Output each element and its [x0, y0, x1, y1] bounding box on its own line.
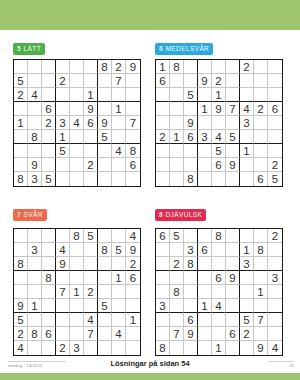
cell-r5c2[interactable]: [28, 285, 42, 299]
cell-r7c3[interactable]: [42, 313, 56, 327]
cell-r2c2[interactable]: [28, 74, 42, 88]
cell-r4c3[interactable]: [184, 102, 198, 116]
cell-r6c4[interactable]: 1: [56, 130, 70, 144]
cell-r3c3[interactable]: [42, 88, 56, 102]
cell-r9c3[interactable]: 8: [184, 172, 198, 186]
cell-r7c1[interactable]: [156, 313, 170, 327]
cell-r5c7[interactable]: 9: [98, 116, 112, 130]
cell-r7c3[interactable]: [184, 144, 198, 158]
cell-r4c5[interactable]: 6: [212, 271, 226, 285]
cell-r9c7[interactable]: [98, 341, 112, 355]
sudoku-grid-djavulsk[interactable]: 658236182836938131465779628194: [155, 228, 283, 356]
cell-r1c7[interactable]: 8: [98, 60, 112, 74]
cell-r5c6[interactable]: 6: [84, 116, 98, 130]
cell-r8c4[interactable]: [56, 158, 70, 172]
cell-r6c2[interactable]: 8: [28, 130, 42, 144]
cell-r6c3[interactable]: [42, 130, 56, 144]
cell-r8c3[interactable]: [184, 158, 198, 172]
cell-r6c9[interactable]: [126, 130, 140, 144]
cell-r6c2[interactable]: 1: [28, 299, 42, 313]
cell-r8c5[interactable]: [212, 327, 226, 341]
cell-r1c8[interactable]: [112, 229, 126, 243]
cell-r8c9[interactable]: [268, 327, 282, 341]
cell-r3c2[interactable]: [170, 88, 184, 102]
cell-r9c4[interactable]: [198, 341, 212, 355]
cell-r5c1[interactable]: [14, 285, 28, 299]
cell-r7c5[interactable]: [70, 313, 84, 327]
cell-r4c3[interactable]: [184, 271, 198, 285]
cell-r5c9[interactable]: [268, 116, 282, 130]
cell-r7c6[interactable]: [84, 144, 98, 158]
cell-r7c7[interactable]: [98, 144, 112, 158]
cell-r8c6[interactable]: 7: [84, 327, 98, 341]
cell-r2c8[interactable]: 5: [112, 243, 126, 257]
cell-r9c3[interactable]: [184, 341, 198, 355]
cell-r9c8[interactable]: [112, 341, 126, 355]
cell-r1c4[interactable]: [56, 60, 70, 74]
cell-r9c1[interactable]: 4: [14, 341, 28, 355]
cell-r4c9[interactable]: 6: [268, 102, 282, 116]
cell-r1c4[interactable]: [198, 229, 212, 243]
cell-r6c5[interactable]: 4: [212, 299, 226, 313]
cell-r5c5[interactable]: 1: [70, 285, 84, 299]
cell-r2c8[interactable]: 8: [254, 243, 268, 257]
cell-r4c9[interactable]: 6: [126, 271, 140, 285]
cell-r3c6[interactable]: [226, 257, 240, 271]
cell-r2c4[interactable]: 2: [56, 74, 70, 88]
cell-r7c2[interactable]: [170, 144, 184, 158]
cell-r7c9[interactable]: 8: [126, 144, 140, 158]
cell-r7c8[interactable]: 4: [112, 144, 126, 158]
cell-r4c7[interactable]: [98, 102, 112, 116]
cell-r8c1[interactable]: 2: [14, 327, 28, 341]
cell-r2c4[interactable]: 4: [56, 243, 70, 257]
cell-r7c9[interactable]: [268, 144, 282, 158]
cell-r7c2[interactable]: [170, 313, 184, 327]
cell-r1c9[interactable]: 2: [268, 229, 282, 243]
cell-r6c7[interactable]: 5: [98, 299, 112, 313]
cell-r2c9[interactable]: 9: [126, 243, 140, 257]
cell-r5c9[interactable]: [126, 285, 140, 299]
cell-r3c6[interactable]: [84, 257, 98, 271]
cell-r8c7[interactable]: 2: [240, 327, 254, 341]
sudoku-grid-latt[interactable]: 8295272416911234697815548926835: [13, 59, 141, 187]
cell-r4c7[interactable]: 4: [240, 102, 254, 116]
cell-r7c5[interactable]: 5: [212, 144, 226, 158]
cell-r3c1[interactable]: [156, 88, 170, 102]
cell-r5c9[interactable]: 7: [126, 116, 140, 130]
cell-r7c3[interactable]: [42, 144, 56, 158]
cell-r1c1[interactable]: [14, 60, 28, 74]
cell-r9c9[interactable]: 5: [268, 172, 282, 186]
cell-r5c4[interactable]: 7: [56, 285, 70, 299]
cell-r1c2[interactable]: 8: [170, 60, 184, 74]
cell-r9c6[interactable]: [226, 341, 240, 355]
cell-r4c3[interactable]: 8: [42, 271, 56, 285]
cell-r2c8[interactable]: [254, 74, 268, 88]
cell-r8c1[interactable]: [156, 327, 170, 341]
cell-r1c1[interactable]: 6: [156, 229, 170, 243]
cell-r3c8[interactable]: [112, 88, 126, 102]
cell-r3c4[interactable]: 9: [56, 257, 70, 271]
cell-r2c9[interactable]: [268, 74, 282, 88]
cell-r5c1[interactable]: [156, 116, 170, 130]
cell-r1c5[interactable]: [212, 60, 226, 74]
cell-r4c2[interactable]: [170, 271, 184, 285]
cell-r6c6[interactable]: 5: [226, 130, 240, 144]
cell-r9c6[interactable]: [84, 172, 98, 186]
cell-r2c3[interactable]: [42, 243, 56, 257]
cell-r6c6[interactable]: [84, 130, 98, 144]
cell-r2c7[interactable]: [98, 74, 112, 88]
cell-r6c3[interactable]: [184, 299, 198, 313]
cell-r2c1[interactable]: [14, 243, 28, 257]
cell-r3c6[interactable]: 1: [84, 88, 98, 102]
cell-r5c4[interactable]: [198, 116, 212, 130]
cell-r8c6[interactable]: 9: [226, 158, 240, 172]
cell-r7c4[interactable]: [198, 144, 212, 158]
cell-r5c7[interactable]: [240, 285, 254, 299]
cell-r3c2[interactable]: 2: [170, 257, 184, 271]
cell-r9c4[interactable]: [56, 172, 70, 186]
cell-r9c8[interactable]: 6: [254, 172, 268, 186]
cell-r7c6[interactable]: [226, 313, 240, 327]
cell-r9c5[interactable]: 3: [70, 341, 84, 355]
cell-r2c3[interactable]: [42, 74, 56, 88]
cell-r1c6[interactable]: [226, 229, 240, 243]
cell-r4c5[interactable]: 9: [212, 102, 226, 116]
cell-r8c2[interactable]: 7: [170, 327, 184, 341]
cell-r2c1[interactable]: 6: [156, 74, 170, 88]
sudoku-grid-medelsvar[interactable]: 182692511974269321634551692865: [155, 59, 283, 187]
cell-r5c3[interactable]: 2: [42, 116, 56, 130]
cell-r1c4[interactable]: [56, 229, 70, 243]
cell-r4c6[interactable]: [84, 271, 98, 285]
cell-r9c5[interactable]: 1: [212, 341, 226, 355]
cell-r9c7[interactable]: [240, 341, 254, 355]
cell-r1c3[interactable]: [42, 60, 56, 74]
cell-r4c1[interactable]: [14, 102, 28, 116]
cell-r8c6[interactable]: 6: [226, 327, 240, 341]
cell-r4c7[interactable]: [240, 271, 254, 285]
cell-r1c9[interactable]: [268, 60, 282, 74]
cell-r9c6[interactable]: [84, 341, 98, 355]
cell-r9c8[interactable]: 9: [254, 341, 268, 355]
cell-r3c4[interactable]: [56, 88, 70, 102]
cell-r6c7[interactable]: [240, 299, 254, 313]
cell-r8c1[interactable]: [14, 158, 28, 172]
cell-r6c5[interactable]: [70, 130, 84, 144]
cell-r2c7[interactable]: 1: [240, 243, 254, 257]
cell-r8c5[interactable]: [70, 327, 84, 341]
cell-r9c3[interactable]: [42, 341, 56, 355]
cell-r1c4[interactable]: [198, 60, 212, 74]
cell-r8c6[interactable]: 2: [84, 158, 98, 172]
cell-r4c2[interactable]: [28, 102, 42, 116]
cell-r2c2[interactable]: [170, 243, 184, 257]
cell-r5c5[interactable]: [212, 285, 226, 299]
cell-r9c4[interactable]: 2: [56, 341, 70, 355]
cell-r5c4[interactable]: [198, 285, 212, 299]
cell-r7c9[interactable]: [268, 313, 282, 327]
cell-r7c2[interactable]: [28, 144, 42, 158]
cell-r6c4[interactable]: 3: [198, 130, 212, 144]
cell-r9c2[interactable]: [170, 172, 184, 186]
cell-r7c7[interactable]: 1: [240, 144, 254, 158]
cell-r4c2[interactable]: [170, 102, 184, 116]
cell-r9c7[interactable]: [240, 172, 254, 186]
cell-r6c7[interactable]: [240, 130, 254, 144]
cell-r6c4[interactable]: [56, 299, 70, 313]
cell-r4c4[interactable]: [56, 102, 70, 116]
cell-r8c3[interactable]: [42, 158, 56, 172]
cell-r4c4[interactable]: 1: [198, 102, 212, 116]
cell-r2c3[interactable]: 3: [184, 243, 198, 257]
cell-r2c8[interactable]: 7: [112, 74, 126, 88]
cell-r3c2[interactable]: [28, 257, 42, 271]
cell-r2c7[interactable]: [240, 74, 254, 88]
cell-r6c3[interactable]: [42, 299, 56, 313]
cell-r4c8[interactable]: 1: [112, 271, 126, 285]
cell-r1c8[interactable]: 2: [112, 60, 126, 74]
cell-r8c2[interactable]: [170, 158, 184, 172]
cell-r3c5[interactable]: [70, 88, 84, 102]
cell-r6c8[interactable]: [254, 130, 268, 144]
cell-r8c3[interactable]: 9: [184, 327, 198, 341]
cell-r5c6[interactable]: 2: [84, 285, 98, 299]
cell-r4c9[interactable]: [126, 102, 140, 116]
cell-r2c5[interactable]: [70, 74, 84, 88]
cell-r9c5[interactable]: [212, 172, 226, 186]
cell-r6c1[interactable]: 3: [156, 299, 170, 313]
cell-r7c8[interactable]: [112, 313, 126, 327]
cell-r4c8[interactable]: [254, 271, 268, 285]
cell-r5c6[interactable]: [226, 116, 240, 130]
cell-r7c5[interactable]: [212, 313, 226, 327]
cell-r5c8[interactable]: [112, 285, 126, 299]
cell-r9c9[interactable]: 4: [268, 341, 282, 355]
cell-r2c5[interactable]: [70, 243, 84, 257]
cell-r4c1[interactable]: [14, 271, 28, 285]
cell-r5c9[interactable]: [268, 285, 282, 299]
cell-r6c1[interactable]: [14, 130, 28, 144]
cell-r2c6[interactable]: [226, 74, 240, 88]
cell-r1c6[interactable]: 5: [84, 229, 98, 243]
cell-r8c4[interactable]: [198, 158, 212, 172]
cell-r5c3[interactable]: 9: [184, 116, 198, 130]
cell-r6c4[interactable]: 1: [198, 299, 212, 313]
cell-r1c3[interactable]: [184, 229, 198, 243]
cell-r8c2[interactable]: 8: [28, 327, 42, 341]
cell-r4c8[interactable]: 1: [112, 102, 126, 116]
cell-r8c5[interactable]: 6: [212, 158, 226, 172]
cell-r9c2[interactable]: [28, 341, 42, 355]
cell-r9c9[interactable]: [126, 172, 140, 186]
cell-r2c1[interactable]: 5: [14, 74, 28, 88]
cell-r6c8[interactable]: [112, 130, 126, 144]
cell-r3c7[interactable]: [98, 257, 112, 271]
cell-r4c6[interactable]: 9: [226, 271, 240, 285]
cell-r1c2[interactable]: [28, 229, 42, 243]
cell-r3c1[interactable]: 8: [14, 257, 28, 271]
cell-r9c4[interactable]: [198, 172, 212, 186]
cell-r7c8[interactable]: [254, 144, 268, 158]
cell-r7c3[interactable]: 6: [184, 313, 198, 327]
cell-r1c7[interactable]: 2: [240, 60, 254, 74]
cell-r6c7[interactable]: 5: [98, 130, 112, 144]
cell-r7c1[interactable]: 5: [14, 313, 28, 327]
cell-r7c4[interactable]: [56, 313, 70, 327]
cell-r8c9[interactable]: [126, 327, 140, 341]
cell-r3c8[interactable]: [254, 88, 268, 102]
cell-r1c7[interactable]: [240, 229, 254, 243]
cell-r6c1[interactable]: 2: [156, 130, 170, 144]
cell-r6c1[interactable]: 9: [14, 299, 28, 313]
cell-r5c8[interactable]: [112, 116, 126, 130]
cell-r5c1[interactable]: 1: [14, 116, 28, 130]
cell-r4c1[interactable]: [156, 271, 170, 285]
cell-r9c6[interactable]: [226, 172, 240, 186]
cell-r3c9[interactable]: [268, 88, 282, 102]
cell-r5c4[interactable]: 3: [56, 116, 70, 130]
cell-r9c1[interactable]: 8: [156, 341, 170, 355]
cell-r3c1[interactable]: 2: [14, 88, 28, 102]
cell-r6c8[interactable]: [254, 299, 268, 313]
cell-r3c7[interactable]: [98, 88, 112, 102]
cell-r3c5[interactable]: [212, 257, 226, 271]
cell-r3c4[interactable]: [198, 88, 212, 102]
cell-r6c5[interactable]: [70, 299, 84, 313]
cell-r6c9[interactable]: [126, 299, 140, 313]
cell-r7c5[interactable]: [70, 144, 84, 158]
cell-r5c6[interactable]: [226, 285, 240, 299]
cell-r5c8[interactable]: 1: [254, 285, 268, 299]
cell-r9c7[interactable]: [98, 172, 112, 186]
cell-r5c1[interactable]: [156, 285, 170, 299]
cell-r8c8[interactable]: [254, 327, 268, 341]
cell-r7c8[interactable]: 7: [254, 313, 268, 327]
cell-r3c8[interactable]: [112, 257, 126, 271]
cell-r8c8[interactable]: [254, 158, 268, 172]
cell-r3c3[interactable]: 5: [184, 88, 198, 102]
cell-r3c5[interactable]: 1: [212, 88, 226, 102]
cell-r1c5[interactable]: 8: [70, 229, 84, 243]
cell-r8c9[interactable]: 6: [126, 158, 140, 172]
cell-r6c9[interactable]: [268, 130, 282, 144]
cell-r8c3[interactable]: 6: [42, 327, 56, 341]
cell-r5c8[interactable]: [254, 116, 268, 130]
cell-r3c7[interactable]: [240, 88, 254, 102]
cell-r2c9[interactable]: [268, 243, 282, 257]
cell-r4c5[interactable]: [70, 102, 84, 116]
cell-r4c6[interactable]: 9: [84, 102, 98, 116]
cell-r5c7[interactable]: [98, 285, 112, 299]
cell-r7c4[interactable]: 5: [56, 144, 70, 158]
cell-r7c2[interactable]: [28, 313, 42, 327]
cell-r3c7[interactable]: 3: [240, 257, 254, 271]
cell-r6c2[interactable]: 1: [170, 130, 184, 144]
cell-r6c6[interactable]: [226, 299, 240, 313]
cell-r7c6[interactable]: [226, 144, 240, 158]
cell-r2c4[interactable]: 9: [198, 74, 212, 88]
cell-r1c8[interactable]: [254, 229, 268, 243]
cell-r3c3[interactable]: 8: [184, 257, 198, 271]
cell-r1c5[interactable]: 8: [212, 229, 226, 243]
cell-r6c5[interactable]: 4: [212, 130, 226, 144]
cell-r1c8[interactable]: [254, 60, 268, 74]
cell-r5c7[interactable]: 3: [240, 116, 254, 130]
cell-r7c1[interactable]: [156, 144, 170, 158]
cell-r7c4[interactable]: [198, 313, 212, 327]
cell-r2c9[interactable]: [126, 74, 140, 88]
cell-r1c6[interactable]: [226, 60, 240, 74]
cell-r5c2[interactable]: [170, 116, 184, 130]
cell-r4c9[interactable]: 3: [268, 271, 282, 285]
cell-r3c5[interactable]: [70, 257, 84, 271]
cell-r9c8[interactable]: [112, 172, 126, 186]
cell-r2c1[interactable]: [156, 243, 170, 257]
cell-r6c8[interactable]: [112, 299, 126, 313]
cell-r4c5[interactable]: [70, 271, 84, 285]
cell-r1c3[interactable]: [42, 229, 56, 243]
cell-r8c8[interactable]: 4: [112, 327, 126, 341]
cell-r2c6[interactable]: [84, 74, 98, 88]
cell-r9c3[interactable]: 5: [42, 172, 56, 186]
cell-r6c9[interactable]: [268, 299, 282, 313]
cell-r2c5[interactable]: 2: [212, 74, 226, 88]
cell-r1c1[interactable]: 1: [156, 60, 170, 74]
cell-r6c2[interactable]: [170, 299, 184, 313]
cell-r7c7[interactable]: [98, 313, 112, 327]
cell-r9c9[interactable]: [126, 341, 140, 355]
cell-r2c6[interactable]: [226, 243, 240, 257]
cell-r2c2[interactable]: 3: [28, 243, 42, 257]
cell-r4c4[interactable]: [198, 271, 212, 285]
cell-r8c1[interactable]: [156, 158, 170, 172]
cell-r2c6[interactable]: [84, 243, 98, 257]
cell-r8c8[interactable]: [112, 158, 126, 172]
cell-r8c7[interactable]: [98, 327, 112, 341]
cell-r4c2[interactable]: [28, 271, 42, 285]
cell-r9c5[interactable]: [70, 172, 84, 186]
cell-r5c2[interactable]: [28, 116, 42, 130]
cell-r8c4[interactable]: [56, 327, 70, 341]
cell-r3c3[interactable]: [42, 257, 56, 271]
cell-r8c5[interactable]: [70, 158, 84, 172]
cell-r8c2[interactable]: 9: [28, 158, 42, 172]
cell-r3c8[interactable]: [254, 257, 268, 271]
cell-r3c6[interactable]: [226, 88, 240, 102]
cell-r5c3[interactable]: [184, 285, 198, 299]
cell-r9c1[interactable]: [156, 172, 170, 186]
cell-r5c5[interactable]: [212, 116, 226, 130]
cell-r6c6[interactable]: [84, 299, 98, 313]
cell-r1c9[interactable]: 9: [126, 60, 140, 74]
cell-r8c7[interactable]: [98, 158, 112, 172]
cell-r3c9[interactable]: [268, 257, 282, 271]
cell-r2c3[interactable]: [184, 74, 198, 88]
cell-r8c7[interactable]: [240, 158, 254, 172]
cell-r4c8[interactable]: 2: [254, 102, 268, 116]
cell-r6c3[interactable]: 6: [184, 130, 198, 144]
cell-r1c7[interactable]: [98, 229, 112, 243]
cell-r1c6[interactable]: [84, 60, 98, 74]
sudoku-grid-svar[interactable]: 8543485989281671291554128674423: [13, 228, 141, 356]
cell-r5c5[interactable]: 4: [70, 116, 84, 130]
cell-r4c6[interactable]: 7: [226, 102, 240, 116]
cell-r9c2[interactable]: 3: [28, 172, 42, 186]
cell-r4c3[interactable]: 6: [42, 102, 56, 116]
